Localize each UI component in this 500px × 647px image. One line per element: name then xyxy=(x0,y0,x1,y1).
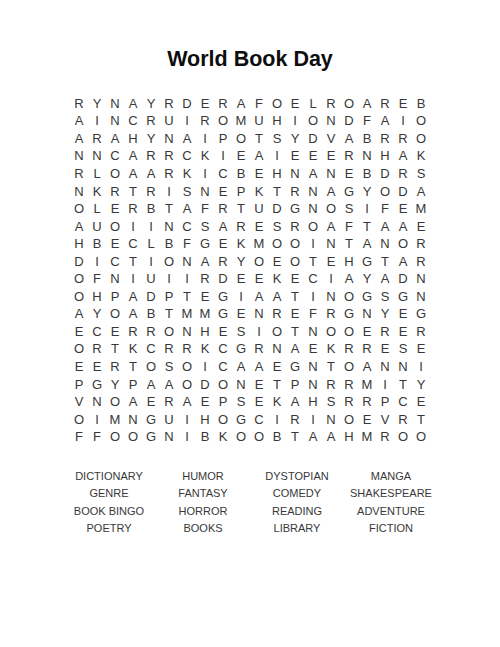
grid-cell[interactable]: Y xyxy=(232,252,250,270)
grid-cell[interactable]: T xyxy=(232,200,250,218)
grid-cell[interactable]: G xyxy=(232,410,250,428)
grid-cell[interactable]: H xyxy=(196,410,214,428)
grid-cell[interactable]: K xyxy=(88,182,106,200)
grid-cell[interactable]: L xyxy=(88,200,106,218)
grid-cell[interactable]: E xyxy=(268,358,286,376)
grid-cell[interactable]: I xyxy=(376,375,394,393)
grid-cell[interactable]: H xyxy=(124,130,142,148)
grid-cell[interactable]: I xyxy=(160,182,178,200)
grid-cell[interactable]: T xyxy=(412,410,430,428)
grid-cell[interactable]: K xyxy=(322,340,340,358)
grid-cell[interactable]: A xyxy=(214,217,232,235)
grid-cell[interactable]: D xyxy=(340,112,358,130)
grid-cell[interactable]: Y xyxy=(358,182,376,200)
grid-cell[interactable]: R xyxy=(160,95,178,113)
grid-cell[interactable]: T xyxy=(124,182,142,200)
grid-cell[interactable]: A xyxy=(124,95,142,113)
grid-cell[interactable]: C xyxy=(214,340,232,358)
grid-cell[interactable]: E xyxy=(322,147,340,165)
grid-cell[interactable]: E xyxy=(358,323,376,341)
grid-cell[interactable]: I xyxy=(304,235,322,253)
grid-cell[interactable]: A xyxy=(268,288,286,306)
grid-cell[interactable]: R xyxy=(376,323,394,341)
grid-cell[interactable]: R xyxy=(340,340,358,358)
grid-cell[interactable]: O xyxy=(232,130,250,148)
grid-cell[interactable]: M xyxy=(178,305,196,323)
grid-cell[interactable]: T xyxy=(304,252,322,270)
grid-cell[interactable]: N xyxy=(250,305,268,323)
grid-cell[interactable]: R xyxy=(88,340,106,358)
grid-cell[interactable]: O xyxy=(70,288,88,306)
grid-cell[interactable]: A xyxy=(250,147,268,165)
grid-cell[interactable]: Y xyxy=(142,95,160,113)
grid-cell[interactable]: E xyxy=(214,182,232,200)
word-list-item[interactable]: FICTION xyxy=(344,520,438,538)
grid-cell[interactable]: I xyxy=(322,270,340,288)
grid-cell[interactable]: V xyxy=(322,130,340,148)
grid-cell[interactable]: F xyxy=(340,217,358,235)
grid-cell[interactable]: T xyxy=(340,235,358,253)
grid-cell[interactable]: I xyxy=(250,323,268,341)
grid-cell[interactable]: A xyxy=(358,235,376,253)
grid-cell[interactable]: A xyxy=(178,393,196,411)
grid-cell[interactable]: O xyxy=(340,410,358,428)
grid-cell[interactable]: B xyxy=(142,200,160,218)
grid-cell[interactable]: T xyxy=(178,288,196,306)
grid-cell[interactable]: V xyxy=(376,410,394,428)
grid-cell[interactable]: A xyxy=(322,217,340,235)
grid-cell[interactable]: A xyxy=(412,182,430,200)
grid-cell[interactable]: T xyxy=(286,428,304,446)
grid-cell[interactable]: I xyxy=(232,288,250,306)
grid-cell[interactable]: A xyxy=(232,95,250,113)
grid-cell[interactable]: O xyxy=(70,410,88,428)
grid-cell[interactable]: N xyxy=(268,340,286,358)
grid-cell[interactable]: B xyxy=(358,165,376,183)
grid-cell[interactable]: N xyxy=(304,200,322,218)
grid-cell[interactable]: P xyxy=(124,375,142,393)
grid-cell[interactable]: R xyxy=(196,270,214,288)
grid-cell[interactable]: A xyxy=(124,305,142,323)
grid-cell[interactable]: N xyxy=(106,112,124,130)
grid-cell[interactable]: R xyxy=(70,95,88,113)
grid-cell[interactable]: A xyxy=(124,147,142,165)
word-list-item[interactable]: READING xyxy=(250,502,344,520)
grid-cell[interactable]: C xyxy=(214,165,232,183)
grid-cell[interactable]: I xyxy=(196,130,214,148)
grid-cell[interactable]: A xyxy=(160,375,178,393)
grid-cell[interactable]: U xyxy=(160,410,178,428)
grid-cell[interactable]: A xyxy=(376,112,394,130)
grid-cell[interactable]: E xyxy=(232,305,250,323)
grid-cell[interactable]: G xyxy=(196,235,214,253)
grid-cell[interactable]: I xyxy=(124,270,142,288)
grid-cell[interactable]: G xyxy=(358,288,376,306)
grid-cell[interactable]: H xyxy=(304,393,322,411)
grid-cell[interactable]: N xyxy=(124,410,142,428)
grid-cell[interactable]: N xyxy=(322,165,340,183)
grid-cell[interactable]: E xyxy=(358,410,376,428)
grid-cell[interactable]: T xyxy=(268,375,286,393)
grid-cell[interactable]: E xyxy=(70,323,88,341)
grid-cell[interactable]: C xyxy=(106,252,124,270)
grid-cell[interactable]: A xyxy=(250,358,268,376)
grid-cell[interactable]: E xyxy=(250,165,268,183)
grid-cell[interactable]: H xyxy=(340,252,358,270)
grid-cell[interactable]: O xyxy=(160,323,178,341)
word-list-item[interactable]: SHAKESPEARE xyxy=(344,485,438,503)
grid-cell[interactable]: E xyxy=(394,323,412,341)
grid-cell[interactable]: E xyxy=(412,340,430,358)
grid-cell[interactable]: N xyxy=(376,358,394,376)
grid-cell[interactable]: A xyxy=(250,288,268,306)
grid-cell[interactable]: B xyxy=(358,130,376,148)
grid-cell[interactable]: O xyxy=(106,165,124,183)
grid-cell[interactable]: Y xyxy=(88,95,106,113)
grid-cell[interactable]: E xyxy=(106,235,124,253)
grid-cell[interactable]: C xyxy=(178,217,196,235)
grid-cell[interactable]: K xyxy=(268,270,286,288)
grid-cell[interactable]: C xyxy=(124,112,142,130)
grid-cell[interactable]: E xyxy=(250,375,268,393)
grid-cell[interactable]: R xyxy=(250,340,268,358)
grid-cell[interactable]: C xyxy=(214,358,232,376)
grid-cell[interactable]: O xyxy=(376,182,394,200)
grid-cell[interactable]: S xyxy=(196,217,214,235)
grid-cell[interactable]: H xyxy=(88,288,106,306)
grid-cell[interactable]: E xyxy=(196,288,214,306)
grid-cell[interactable]: D xyxy=(142,288,160,306)
grid-cell[interactable]: E xyxy=(106,200,124,218)
grid-cell[interactable]: E xyxy=(286,147,304,165)
grid-cell[interactable]: R xyxy=(160,393,178,411)
grid-cell[interactable]: R xyxy=(376,95,394,113)
grid-cell[interactable]: E xyxy=(412,393,430,411)
grid-cell[interactable]: N xyxy=(286,165,304,183)
word-list-item[interactable]: DYSTOPIAN xyxy=(250,467,344,485)
grid-cell[interactable]: I xyxy=(412,358,430,376)
grid-cell[interactable]: S xyxy=(322,393,340,411)
grid-cell[interactable]: M xyxy=(232,112,250,130)
grid-cell[interactable]: O xyxy=(232,428,250,446)
grid-cell[interactable]: K xyxy=(178,165,196,183)
grid-cell[interactable]: N xyxy=(70,147,88,165)
grid-cell[interactable]: I xyxy=(214,147,232,165)
grid-cell[interactable]: D xyxy=(268,200,286,218)
grid-cell[interactable]: T xyxy=(124,252,142,270)
grid-cell[interactable]: O xyxy=(214,375,232,393)
grid-cell[interactable]: R xyxy=(106,358,124,376)
grid-cell[interactable]: P xyxy=(70,375,88,393)
grid-cell[interactable]: S xyxy=(178,182,196,200)
grid-cell[interactable]: P xyxy=(376,393,394,411)
grid-cell[interactable]: R xyxy=(286,217,304,235)
grid-cell[interactable]: D xyxy=(394,270,412,288)
grid-cell[interactable]: O xyxy=(70,270,88,288)
grid-cell[interactable]: O xyxy=(412,428,430,446)
grid-cell[interactable]: D xyxy=(196,375,214,393)
grid-cell[interactable]: K xyxy=(124,340,142,358)
grid-cell[interactable]: T xyxy=(250,130,268,148)
grid-cell[interactable]: T xyxy=(268,182,286,200)
grid-cell[interactable]: I xyxy=(142,252,160,270)
grid-cell[interactable]: N xyxy=(322,410,340,428)
grid-cell[interactable]: G xyxy=(88,375,106,393)
grid-cell[interactable]: I xyxy=(394,112,412,130)
grid-cell[interactable]: F xyxy=(70,428,88,446)
grid-cell[interactable]: O xyxy=(250,428,268,446)
grid-cell[interactable]: N xyxy=(358,147,376,165)
grid-cell[interactable]: Y xyxy=(376,305,394,323)
grid-cell[interactable]: M xyxy=(412,200,430,218)
grid-cell[interactable]: P xyxy=(286,375,304,393)
grid-cell[interactable]: K xyxy=(412,147,430,165)
grid-cell[interactable]: P xyxy=(106,288,124,306)
grid-cell[interactable]: O xyxy=(214,410,232,428)
grid-cell[interactable]: T xyxy=(358,217,376,235)
grid-cell[interactable]: E xyxy=(286,95,304,113)
grid-cell[interactable]: A xyxy=(70,305,88,323)
grid-cell[interactable]: U xyxy=(250,112,268,130)
grid-cell[interactable]: R xyxy=(214,252,232,270)
grid-cell[interactable]: A xyxy=(70,112,88,130)
grid-cell[interactable]: R xyxy=(340,375,358,393)
grid-cell[interactable]: O xyxy=(70,200,88,218)
grid-cell[interactable]: S xyxy=(376,288,394,306)
grid-cell[interactable]: I xyxy=(268,147,286,165)
grid-cell[interactable]: N xyxy=(160,428,178,446)
word-list-item[interactable]: FANTASY xyxy=(156,485,250,503)
grid-cell[interactable]: G xyxy=(286,358,304,376)
grid-cell[interactable]: N xyxy=(304,182,322,200)
grid-cell[interactable]: O xyxy=(340,95,358,113)
grid-cell[interactable]: O xyxy=(106,393,124,411)
grid-cell[interactable]: E xyxy=(286,305,304,323)
grid-cell[interactable]: I xyxy=(88,410,106,428)
grid-cell[interactable]: O xyxy=(322,200,340,218)
grid-cell[interactable]: U xyxy=(160,112,178,130)
grid-cell[interactable]: R xyxy=(412,323,430,341)
grid-cell[interactable]: E xyxy=(304,147,322,165)
grid-cell[interactable]: T xyxy=(322,358,340,376)
grid-cell[interactable]: R xyxy=(142,182,160,200)
grid-cell[interactable]: N xyxy=(88,147,106,165)
grid-cell[interactable]: C xyxy=(178,147,196,165)
grid-cell[interactable]: A xyxy=(70,130,88,148)
grid-cell[interactable]: M xyxy=(196,305,214,323)
grid-cell[interactable]: O xyxy=(178,358,196,376)
grid-cell[interactable]: D xyxy=(376,165,394,183)
grid-cell[interactable]: D xyxy=(394,182,412,200)
grid-cell[interactable]: N xyxy=(178,252,196,270)
grid-cell[interactable]: A xyxy=(124,288,142,306)
grid-cell[interactable]: R xyxy=(394,130,412,148)
grid-cell[interactable]: N xyxy=(70,182,88,200)
grid-cell[interactable]: N xyxy=(304,375,322,393)
grid-cell[interactable]: E xyxy=(196,393,214,411)
grid-cell[interactable]: O xyxy=(106,217,124,235)
grid-cell[interactable]: R xyxy=(286,182,304,200)
grid-cell[interactable]: N xyxy=(196,182,214,200)
grid-cell[interactable]: R xyxy=(358,340,376,358)
grid-cell[interactable]: H xyxy=(268,165,286,183)
grid-cell[interactable]: A xyxy=(106,130,124,148)
grid-cell[interactable]: P xyxy=(214,130,232,148)
grid-cell[interactable]: V xyxy=(70,393,88,411)
grid-cell[interactable]: R xyxy=(268,305,286,323)
grid-cell[interactable]: R xyxy=(412,252,430,270)
grid-cell[interactable]: N xyxy=(394,358,412,376)
grid-cell[interactable]: A xyxy=(70,217,88,235)
grid-cell[interactable]: A xyxy=(394,252,412,270)
grid-cell[interactable]: G xyxy=(214,288,232,306)
grid-cell[interactable]: R xyxy=(124,200,142,218)
grid-cell[interactable]: R xyxy=(142,323,160,341)
grid-cell[interactable]: A xyxy=(322,428,340,446)
grid-cell[interactable]: E xyxy=(412,217,430,235)
grid-cell[interactable]: E xyxy=(304,340,322,358)
grid-cell[interactable]: R xyxy=(394,165,412,183)
grid-cell[interactable]: R xyxy=(214,95,232,113)
grid-cell[interactable]: C xyxy=(142,340,160,358)
grid-cell[interactable]: I xyxy=(304,410,322,428)
grid-cell[interactable]: A xyxy=(394,217,412,235)
grid-cell[interactable]: A xyxy=(394,147,412,165)
grid-cell[interactable]: A xyxy=(376,217,394,235)
grid-cell[interactable]: R xyxy=(376,130,394,148)
grid-cell[interactable]: I xyxy=(178,112,196,130)
grid-cell[interactable]: I xyxy=(160,270,178,288)
grid-cell[interactable]: S xyxy=(394,340,412,358)
grid-cell[interactable]: T xyxy=(286,288,304,306)
grid-cell[interactable]: A xyxy=(358,95,376,113)
grid-cell[interactable]: F xyxy=(304,305,322,323)
grid-cell[interactable]: E xyxy=(376,340,394,358)
grid-cell[interactable]: E xyxy=(322,252,340,270)
grid-cell[interactable]: N xyxy=(106,270,124,288)
grid-cell[interactable]: G xyxy=(340,305,358,323)
grid-cell[interactable]: T xyxy=(160,305,178,323)
grid-cell[interactable]: Y xyxy=(106,375,124,393)
grid-cell[interactable]: E xyxy=(142,393,160,411)
grid-cell[interactable]: O xyxy=(322,323,340,341)
grid-cell[interactable]: O xyxy=(250,252,268,270)
grid-cell[interactable]: M xyxy=(358,375,376,393)
word-list-item[interactable]: MANGA xyxy=(344,467,438,485)
grid-cell[interactable]: D xyxy=(178,95,196,113)
grid-cell[interactable]: O xyxy=(340,358,358,376)
grid-cell[interactable]: F xyxy=(358,112,376,130)
grid-cell[interactable]: K xyxy=(232,235,250,253)
grid-cell[interactable]: O xyxy=(214,112,232,130)
grid-cell[interactable]: G xyxy=(394,288,412,306)
grid-cell[interactable]: I xyxy=(268,410,286,428)
grid-cell[interactable]: H xyxy=(196,323,214,341)
grid-cell[interactable]: T xyxy=(376,252,394,270)
grid-cell[interactable]: O xyxy=(412,130,430,148)
grid-cell[interactable]: C xyxy=(250,410,268,428)
grid-cell[interactable]: A xyxy=(196,252,214,270)
grid-cell[interactable]: B xyxy=(412,95,430,113)
grid-cell[interactable]: I xyxy=(304,288,322,306)
grid-cell[interactable]: O xyxy=(340,288,358,306)
grid-cell[interactable]: P xyxy=(232,182,250,200)
grid-cell[interactable]: S xyxy=(160,358,178,376)
grid-cell[interactable]: S xyxy=(232,393,250,411)
grid-cell[interactable]: E xyxy=(106,323,124,341)
grid-cell[interactable]: I xyxy=(124,217,142,235)
grid-cell[interactable]: A xyxy=(142,165,160,183)
grid-cell[interactable]: O xyxy=(286,252,304,270)
word-list-item[interactable]: HORROR xyxy=(156,502,250,520)
grid-cell[interactable]: E xyxy=(70,358,88,376)
grid-cell[interactable]: O xyxy=(394,235,412,253)
grid-cell[interactable]: N xyxy=(88,393,106,411)
grid-cell[interactable]: G xyxy=(142,410,160,428)
grid-cell[interactable]: E xyxy=(250,270,268,288)
grid-cell[interactable]: A xyxy=(358,358,376,376)
grid-cell[interactable]: R xyxy=(340,393,358,411)
grid-cell[interactable]: Y xyxy=(286,130,304,148)
grid-cell[interactable]: O xyxy=(340,323,358,341)
grid-cell[interactable]: R xyxy=(160,340,178,358)
grid-cell[interactable]: C xyxy=(106,147,124,165)
grid-cell[interactable]: F xyxy=(178,235,196,253)
grid-cell[interactable]: I xyxy=(196,358,214,376)
grid-cell[interactable]: I xyxy=(88,252,106,270)
grid-cell[interactable]: N xyxy=(232,375,250,393)
grid-cell[interactable]: I xyxy=(88,112,106,130)
grid-cell[interactable]: N xyxy=(412,270,430,288)
grid-cell[interactable]: R xyxy=(394,410,412,428)
grid-cell[interactable]: N xyxy=(412,288,430,306)
grid-cell[interactable]: U xyxy=(250,200,268,218)
grid-cell[interactable]: S xyxy=(412,165,430,183)
grid-cell[interactable]: R xyxy=(196,112,214,130)
grid-cell[interactable]: E xyxy=(286,270,304,288)
grid-cell[interactable]: G xyxy=(286,200,304,218)
word-list-item[interactable]: COMEDY xyxy=(250,485,344,503)
grid-cell[interactable]: H xyxy=(376,147,394,165)
grid-cell[interactable]: B xyxy=(268,428,286,446)
grid-cell[interactable]: T xyxy=(394,375,412,393)
grid-cell[interactable]: O xyxy=(160,252,178,270)
word-list-item[interactable]: DICTIONARY xyxy=(62,467,156,485)
grid-cell[interactable]: R xyxy=(124,323,142,341)
grid-cell[interactable]: K xyxy=(214,428,232,446)
grid-cell[interactable]: R xyxy=(88,130,106,148)
grid-cell[interactable]: R xyxy=(142,112,160,130)
grid-cell[interactable]: L xyxy=(304,95,322,113)
grid-cell[interactable]: U xyxy=(88,217,106,235)
grid-cell[interactable]: E xyxy=(214,235,232,253)
grid-cell[interactable]: H xyxy=(340,428,358,446)
grid-cell[interactable]: S xyxy=(268,130,286,148)
grid-cell[interactable]: E xyxy=(214,323,232,341)
grid-cell[interactable]: U xyxy=(142,270,160,288)
grid-cell[interactable]: C xyxy=(394,393,412,411)
grid-cell[interactable]: R xyxy=(322,305,340,323)
grid-cell[interactable]: R xyxy=(376,428,394,446)
grid-cell[interactable]: N xyxy=(322,112,340,130)
grid-cell[interactable]: A xyxy=(124,165,142,183)
grid-cell[interactable]: O xyxy=(142,358,160,376)
grid-cell[interactable]: R xyxy=(232,217,250,235)
grid-cell[interactable]: I xyxy=(196,165,214,183)
grid-cell[interactable]: N xyxy=(304,358,322,376)
grid-cell[interactable]: R xyxy=(70,165,88,183)
grid-cell[interactable]: K xyxy=(196,340,214,358)
